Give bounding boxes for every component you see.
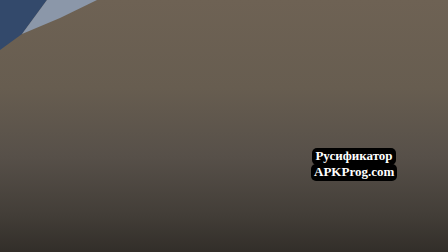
chess-3d-scene: Русификатор APKProg.com bbox=[0, 0, 448, 252]
board-and-room-graphics bbox=[0, 0, 448, 252]
watermark-line2: APKProg.com bbox=[311, 164, 397, 181]
watermark-line1: Русификатор bbox=[312, 148, 395, 165]
watermark: Русификатор APKProg.com bbox=[311, 148, 397, 181]
